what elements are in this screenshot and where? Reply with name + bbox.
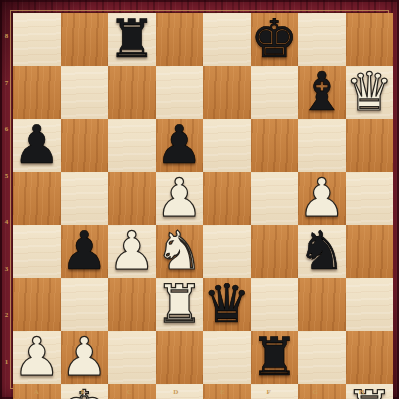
square-c3[interactable] — [108, 278, 156, 331]
square-a5[interactable] — [13, 172, 61, 225]
piece-black-pawn: ♟ — [61, 224, 109, 277]
square-c2[interactable] — [108, 331, 156, 384]
file-label: H — [339, 385, 386, 399]
square-a3[interactable] — [13, 278, 61, 331]
square-a8[interactable] — [13, 13, 61, 66]
square-h8[interactable] — [346, 13, 394, 66]
square-h2[interactable] — [346, 331, 394, 384]
square-d7[interactable] — [156, 66, 204, 119]
rank-label: 6 — [0, 106, 13, 153]
square-e2[interactable] — [203, 331, 251, 384]
square-h6[interactable] — [346, 119, 394, 172]
square-g2[interactable] — [298, 331, 346, 384]
square-d3[interactable]: ♜ — [156, 278, 204, 331]
file-label: A — [13, 385, 60, 399]
piece-white-rook: ♜ — [156, 277, 204, 330]
piece-white-pawn: ♟ — [108, 224, 156, 277]
square-g4[interactable]: ♞ — [298, 225, 346, 278]
rank-label: 4 — [0, 199, 13, 246]
chess-board: ♜♚♝♛♟♟♟♟♟♟♞♞♜♛♟♟♜♚♜ — [13, 13, 385, 385]
square-c7[interactable] — [108, 66, 156, 119]
square-g8[interactable] — [298, 13, 346, 66]
square-e8[interactable] — [203, 13, 251, 66]
piece-black-queen: ♛ — [203, 277, 251, 330]
piece-white-pawn: ♟ — [13, 330, 61, 383]
square-f2[interactable]: ♜ — [251, 331, 299, 384]
square-g6[interactable] — [298, 119, 346, 172]
square-d2[interactable] — [156, 331, 204, 384]
piece-black-rook: ♜ — [108, 12, 156, 65]
square-f6[interactable] — [251, 119, 299, 172]
square-g5[interactable]: ♟ — [298, 172, 346, 225]
square-d8[interactable] — [156, 13, 204, 66]
square-f8[interactable]: ♚ — [251, 13, 299, 66]
rank-label: 7 — [0, 60, 13, 107]
square-a4[interactable] — [13, 225, 61, 278]
file-labels: ABCDEFGH — [13, 385, 385, 399]
piece-black-pawn: ♟ — [13, 118, 61, 171]
piece-white-knight: ♞ — [156, 224, 204, 277]
piece-black-knight: ♞ — [298, 224, 346, 277]
square-b7[interactable] — [61, 66, 109, 119]
piece-white-pawn: ♟ — [298, 171, 346, 224]
square-f4[interactable] — [251, 225, 299, 278]
square-f5[interactable] — [251, 172, 299, 225]
piece-black-pawn: ♟ — [156, 118, 204, 171]
rank-labels: 87654321 — [0, 13, 13, 385]
square-f3[interactable] — [251, 278, 299, 331]
square-b8[interactable] — [61, 13, 109, 66]
piece-black-bishop: ♝ — [298, 65, 346, 118]
square-e7[interactable] — [203, 66, 251, 119]
piece-black-king: ♚ — [251, 12, 299, 65]
square-h3[interactable] — [346, 278, 394, 331]
square-e6[interactable] — [203, 119, 251, 172]
square-g7[interactable]: ♝ — [298, 66, 346, 119]
square-d6[interactable]: ♟ — [156, 119, 204, 172]
square-h7[interactable]: ♛ — [346, 66, 394, 119]
square-b3[interactable] — [61, 278, 109, 331]
rank-label: 1 — [0, 339, 13, 386]
square-e4[interactable] — [203, 225, 251, 278]
square-f7[interactable] — [251, 66, 299, 119]
file-label: F — [246, 385, 293, 399]
square-c6[interactable] — [108, 119, 156, 172]
square-e5[interactable] — [203, 172, 251, 225]
rank-label: 8 — [0, 13, 13, 60]
piece-black-rook: ♜ — [251, 330, 299, 383]
square-h4[interactable] — [346, 225, 394, 278]
square-a7[interactable] — [13, 66, 61, 119]
square-a2[interactable]: ♟ — [13, 331, 61, 384]
file-label: C — [106, 385, 153, 399]
file-label: E — [199, 385, 246, 399]
file-label: B — [60, 385, 107, 399]
rank-label: 3 — [0, 246, 13, 293]
rank-label: 5 — [0, 153, 13, 200]
square-g3[interactable] — [298, 278, 346, 331]
rank-label: 2 — [0, 292, 13, 339]
square-c8[interactable]: ♜ — [108, 13, 156, 66]
file-label: D — [153, 385, 200, 399]
square-d4[interactable]: ♞ — [156, 225, 204, 278]
square-c5[interactable] — [108, 172, 156, 225]
square-b2[interactable]: ♟ — [61, 331, 109, 384]
square-b4[interactable]: ♟ — [61, 225, 109, 278]
chess-board-frame: ♜♚♝♛♟♟♟♟♟♟♞♞♜♛♟♟♜♚♜ 87654321 ABCDEFGH — [0, 0, 399, 399]
square-e3[interactable]: ♛ — [203, 278, 251, 331]
square-a6[interactable]: ♟ — [13, 119, 61, 172]
file-label: G — [292, 385, 339, 399]
square-b6[interactable] — [61, 119, 109, 172]
piece-white-pawn: ♟ — [156, 171, 204, 224]
square-b5[interactable] — [61, 172, 109, 225]
piece-white-queen: ♛ — [346, 65, 394, 118]
square-h5[interactable] — [346, 172, 394, 225]
square-c4[interactable]: ♟ — [108, 225, 156, 278]
square-d5[interactable]: ♟ — [156, 172, 204, 225]
piece-white-pawn: ♟ — [61, 330, 109, 383]
